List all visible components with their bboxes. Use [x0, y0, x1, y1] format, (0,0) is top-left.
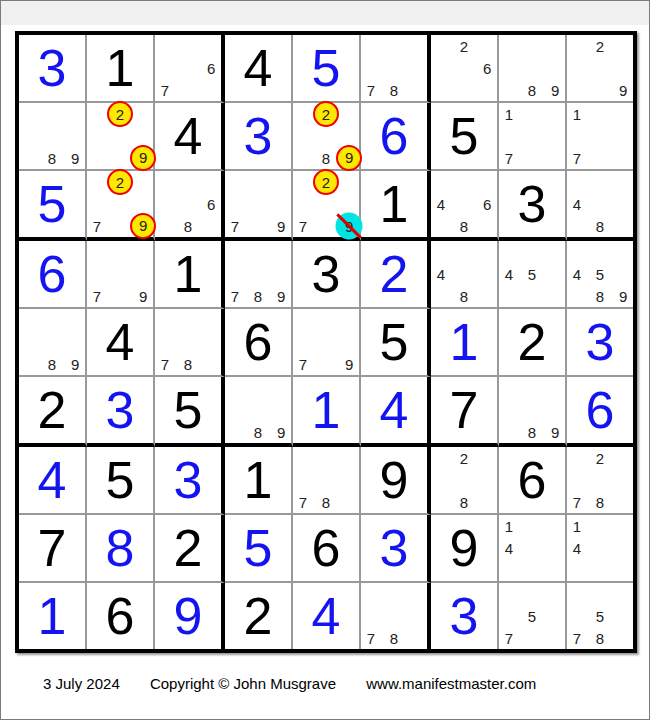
given-digit: 2: [518, 316, 547, 368]
pencil-mark: 8: [528, 82, 536, 97]
pencil-mark: 6: [483, 61, 491, 76]
pencil-mark: 2: [460, 39, 468, 54]
pencil-mark: 8: [254, 424, 262, 439]
cell-r5c3[interactable]: 78: [155, 309, 225, 377]
given-digit: 1: [380, 178, 409, 230]
solved-digit: 6: [38, 248, 67, 300]
pencil-mark: 7: [299, 494, 307, 509]
given-digit: 7: [38, 522, 67, 574]
cell-r4c3[interactable]: 1: [155, 241, 225, 309]
solved-digit: 1: [312, 384, 341, 436]
candidate-circle-yellow: 2: [313, 169, 339, 195]
given-digit: 9: [380, 454, 409, 506]
solved-digit: 2: [380, 248, 409, 300]
cell-r6c1[interactable]: 2: [19, 377, 87, 447]
solved-digit: 3: [380, 522, 409, 574]
pencil-mark: 4: [573, 541, 581, 556]
cell-r5c2[interactable]: 4: [87, 309, 155, 377]
solved-digit: 4: [380, 384, 409, 436]
cell-r9c8[interactable]: 57: [499, 583, 567, 649]
pencil-mark: 5: [528, 267, 536, 282]
solved-digit: 1: [450, 316, 479, 368]
pencil-mark: 6: [483, 197, 491, 212]
given-digit: 5: [174, 384, 203, 436]
pencil-mark: 7: [161, 356, 169, 371]
given-digit: 1: [244, 454, 273, 506]
cell-r4c5[interactable]: 3: [293, 241, 361, 309]
cell-r5c5[interactable]: 79: [293, 309, 361, 377]
cell-r2c9[interactable]: 17: [567, 103, 633, 171]
pencil-mark: 1: [573, 107, 581, 122]
cell-r9c1[interactable]: 1: [19, 583, 87, 649]
cell-r7c5[interactable]: 78: [293, 447, 361, 515]
pencil-mark: 8: [528, 424, 536, 439]
candidate-circle-yellow: 9: [130, 213, 156, 239]
cell-r9c7[interactable]: 3: [431, 583, 499, 649]
solved-digit: 3: [38, 42, 67, 94]
solved-digit: 3: [244, 110, 273, 162]
pencil-mark: 9: [277, 218, 285, 233]
pencil-mark: 7: [367, 630, 375, 645]
given-digit: 3: [518, 178, 547, 230]
pencil-mark: 4: [505, 267, 513, 282]
cell-r9c9[interactable]: 578: [567, 583, 633, 649]
given-digit: 7: [450, 384, 479, 436]
pencil-mark: 7: [231, 218, 239, 233]
cell-r8c8[interactable]: 14: [499, 515, 567, 583]
pencil-mark: 8: [254, 288, 262, 303]
cell-r2c5[interactable]: 289: [293, 103, 361, 171]
pencil-mark: 8: [322, 494, 330, 509]
cell-r4c7[interactable]: 48: [431, 241, 499, 309]
cell-r3c5[interactable]: 279: [293, 171, 361, 241]
given-digit: 6: [106, 590, 135, 642]
cell-r9c4[interactable]: 2: [225, 583, 293, 649]
cell-r4c1[interactable]: 6: [19, 241, 87, 309]
pencil-mark: 2: [596, 451, 604, 466]
given-digit: 6: [518, 454, 547, 506]
pencil-mark: 8: [390, 630, 398, 645]
candidate-circle-yellow: 9: [130, 145, 156, 171]
pencil-mark: 9: [619, 82, 627, 97]
candidate-elimination-cyan: 9: [336, 212, 363, 239]
pencil-mark: 1: [573, 519, 581, 534]
given-digit: 9: [450, 522, 479, 574]
candidate-circle-yellow: 9: [336, 145, 362, 171]
cell-r4c9[interactable]: 4589: [567, 241, 633, 309]
cell-r1c3[interactable]: 67: [155, 35, 225, 103]
pencil-mark: 7: [573, 150, 581, 165]
pencil-mark: 8: [48, 150, 56, 165]
cell-r9c2[interactable]: 6: [87, 583, 155, 649]
given-digit: 2: [38, 384, 67, 436]
footer-copyright: Copyright © John Musgrave: [150, 675, 336, 692]
solved-digit: 5: [244, 522, 273, 574]
cell-r5c6[interactable]: 5: [361, 309, 431, 377]
candidate-circle-yellow: 2: [313, 101, 339, 127]
cell-r8c1[interactable]: 7: [19, 515, 87, 583]
pencil-mark: 8: [460, 494, 468, 509]
cell-r8c7[interactable]: 9: [431, 515, 499, 583]
cell-r1c2[interactable]: 1: [87, 35, 155, 103]
sudoku-board: 3167457826892989294328965171752796879279…: [15, 31, 637, 653]
pencil-mark: 2: [460, 451, 468, 466]
cell-r7c7[interactable]: 28: [431, 447, 499, 515]
footer-website: www.manifestmaster.com: [366, 675, 536, 692]
given-digit: 6: [312, 522, 341, 574]
pencil-mark: 8: [390, 82, 398, 97]
solved-digit: 4: [312, 590, 341, 642]
pencil-mark: 8: [184, 356, 192, 371]
solved-digit: 3: [586, 316, 615, 368]
cell-r8c6[interactable]: 3: [361, 515, 431, 583]
cell-r5c9[interactable]: 3: [567, 309, 633, 377]
pencil-mark: 6: [207, 197, 215, 212]
solved-digit: 5: [38, 178, 67, 230]
pencil-mark: 4: [437, 197, 445, 212]
pencil-mark: 4: [505, 541, 513, 556]
pencil-mark: 8: [460, 218, 468, 233]
pencil-mark: 2: [596, 39, 604, 54]
cell-r5c1[interactable]: 89: [19, 309, 87, 377]
pencil-mark: 9: [139, 288, 147, 303]
cell-r7c6[interactable]: 9: [361, 447, 431, 515]
pencil-mark: 7: [231, 288, 239, 303]
solved-digit: 9: [174, 590, 203, 642]
cell-r3c1[interactable]: 5: [19, 171, 87, 241]
cell-r6c9[interactable]: 6: [567, 377, 633, 447]
pencil-mark: 1: [505, 107, 513, 122]
cell-r7c4[interactable]: 1: [225, 447, 293, 515]
cell-r4c8[interactable]: 45: [499, 241, 567, 309]
top-strip: [1, 1, 649, 25]
solved-digit: 6: [586, 384, 615, 436]
pencil-mark: 4: [573, 197, 581, 212]
footer-date: 3 July 2024: [43, 675, 120, 692]
cell-r7c1[interactable]: 4: [19, 447, 87, 515]
cell-r9c6[interactable]: 78: [361, 583, 431, 649]
pencil-mark: 9: [277, 288, 285, 303]
pencil-mark: 7: [93, 288, 101, 303]
cell-r3c2[interactable]: 279: [87, 171, 155, 241]
solved-digit: 3: [450, 590, 479, 642]
cell-r1c1[interactable]: 3: [19, 35, 87, 103]
cell-r2c4[interactable]: 3: [225, 103, 293, 171]
pencil-mark: 8: [596, 288, 604, 303]
cell-r1c9[interactable]: 29: [567, 35, 633, 103]
cell-r1c4[interactable]: 4: [225, 35, 293, 103]
cell-r3c4[interactable]: 79: [225, 171, 293, 241]
solved-digit: 4: [38, 454, 67, 506]
footer: 3 July 2024 Copyright © John Musgrave ww…: [1, 675, 649, 692]
cell-r8c4[interactable]: 5: [225, 515, 293, 583]
pencil-mark: 6: [207, 61, 215, 76]
cell-r9c5[interactable]: 4: [293, 583, 361, 649]
cell-r9c3[interactable]: 9: [155, 583, 225, 649]
cell-r8c2[interactable]: 8: [87, 515, 155, 583]
pencil-mark: 9: [551, 424, 559, 439]
cell-r7c9[interactable]: 278: [567, 447, 633, 515]
cell-r2c1[interactable]: 89: [19, 103, 87, 171]
solved-digit: 5: [312, 42, 341, 94]
cell-r7c8[interactable]: 6: [499, 447, 567, 515]
pencil-mark: 7: [299, 356, 307, 371]
pencil-mark: 5: [596, 267, 604, 282]
given-digit: 5: [450, 110, 479, 162]
cell-r1c6[interactable]: 78: [361, 35, 431, 103]
cell-r8c9[interactable]: 14: [567, 515, 633, 583]
solved-digit: 3: [106, 384, 135, 436]
pencil-mark: 4: [573, 267, 581, 282]
pencil-mark: 8: [596, 494, 604, 509]
cell-r6c3[interactable]: 5: [155, 377, 225, 447]
cell-r5c7[interactable]: 1: [431, 309, 499, 377]
pencil-mark: 7: [93, 218, 101, 233]
cell-r2c7[interactable]: 5: [431, 103, 499, 171]
cell-r1c5[interactable]: 5: [293, 35, 361, 103]
cell-r8c5[interactable]: 6: [293, 515, 361, 583]
given-digit: 2: [244, 590, 273, 642]
cell-r1c7[interactable]: 26: [431, 35, 499, 103]
pencil-mark: 7: [573, 630, 581, 645]
cell-r5c4[interactable]: 6: [225, 309, 293, 377]
pencil-mark: 8: [48, 356, 56, 371]
cell-r6c5[interactable]: 1: [293, 377, 361, 447]
cell-r8c3[interactable]: 2: [155, 515, 225, 583]
pencil-mark: 8: [596, 630, 604, 645]
pencil-mark: 7: [299, 218, 307, 233]
pencil-mark: 8: [596, 218, 604, 233]
given-digit: 5: [106, 454, 135, 506]
pencil-mark: 7: [367, 82, 375, 97]
cell-r6c6[interactable]: 4: [361, 377, 431, 447]
pencil-mark: 9: [71, 356, 79, 371]
solved-digit: 8: [106, 522, 135, 574]
pencil-mark: 8: [460, 288, 468, 303]
cell-r2c6[interactable]: 6: [361, 103, 431, 171]
puzzle-page: 3167457826892989294328965171752796879279…: [0, 0, 650, 720]
candidate-circle-yellow: 2: [107, 169, 133, 195]
cell-r7c3[interactable]: 3: [155, 447, 225, 515]
cell-r3c9[interactable]: 48: [567, 171, 633, 241]
cell-r3c6[interactable]: 1: [361, 171, 431, 241]
pencil-mark: 1: [505, 519, 513, 534]
pencil-mark: 9: [619, 288, 627, 303]
cell-r3c3[interactable]: 68: [155, 171, 225, 241]
given-digit: 3: [312, 248, 341, 300]
given-digit: 4: [106, 316, 135, 368]
given-digit: 4: [244, 42, 273, 94]
given-digit: 2: [174, 522, 203, 574]
pencil-mark: 9: [345, 356, 353, 371]
pencil-mark: 7: [161, 82, 169, 97]
given-digit: 6: [244, 316, 273, 368]
cell-r6c7[interactable]: 7: [431, 377, 499, 447]
pencil-mark: 9: [551, 82, 559, 97]
cell-r7c2[interactable]: 5: [87, 447, 155, 515]
pencil-mark: 7: [505, 150, 513, 165]
given-digit: 1: [106, 42, 135, 94]
solved-digit: 1: [38, 590, 67, 642]
cell-r1c8[interactable]: 89: [499, 35, 567, 103]
given-digit: 1: [174, 248, 203, 300]
cell-r4c2[interactable]: 79: [87, 241, 155, 309]
pencil-mark: 8: [184, 218, 192, 233]
cell-r6c4[interactable]: 89: [225, 377, 293, 447]
pencil-mark: 5: [596, 609, 604, 624]
pencil-mark: 7: [505, 630, 513, 645]
pencil-mark: 4: [437, 267, 445, 282]
cell-r2c8[interactable]: 17: [499, 103, 567, 171]
pencil-mark: 9: [71, 150, 79, 165]
cell-r2c3[interactable]: 4: [155, 103, 225, 171]
given-digit: 4: [174, 110, 203, 162]
pencil-mark: 9: [277, 424, 285, 439]
cell-r3c7[interactable]: 468: [431, 171, 499, 241]
cell-r4c4[interactable]: 789: [225, 241, 293, 309]
pencil-mark: 8: [322, 150, 330, 165]
cell-r5c8[interactable]: 2: [499, 309, 567, 377]
cell-r6c2[interactable]: 3: [87, 377, 155, 447]
cell-r6c8[interactable]: 89: [499, 377, 567, 447]
cell-r4c6[interactable]: 2: [361, 241, 431, 309]
solved-digit: 6: [380, 110, 409, 162]
cell-r2c2[interactable]: 29: [87, 103, 155, 171]
given-digit: 5: [380, 316, 409, 368]
solved-digit: 3: [174, 454, 203, 506]
cell-r3c8[interactable]: 3: [499, 171, 567, 241]
pencil-mark: 7: [573, 494, 581, 509]
candidate-circle-yellow: 2: [107, 101, 133, 127]
pencil-mark: 5: [528, 609, 536, 624]
